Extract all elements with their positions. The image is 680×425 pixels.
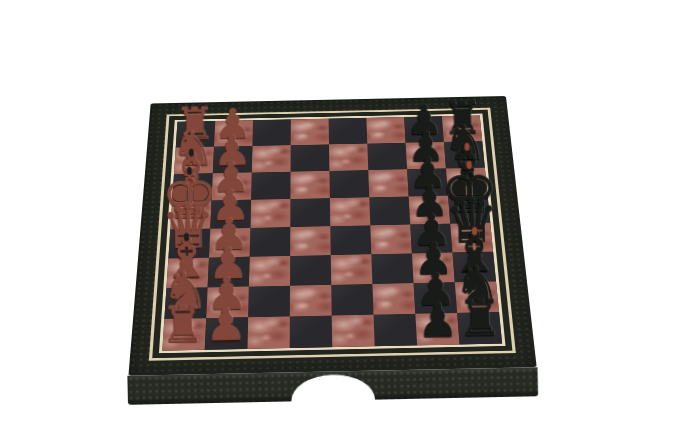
square[interactable]: ♜ [457, 312, 502, 344]
playing-area: ♜♟♟♜♞♟♟♞♝♟♟♝♚♟♟♚♛♟♟♛♝♟♟♝♞♟♟♞♜♟♟♜ [159, 114, 506, 354]
square[interactable]: ♞ [174, 147, 214, 174]
piece-br[interactable]: ♜ [442, 95, 483, 141]
board-front-edge [127, 367, 538, 405]
square[interactable] [331, 254, 373, 285]
square[interactable] [252, 145, 291, 172]
square[interactable]: ♟ [213, 146, 253, 173]
chess-board: ♜♟♟♜♞♟♟♞♝♟♟♝♚♟♟♚♛♟♟♛♝♟♟♝♞♟♟♞♜♟♟♜ [128, 96, 536, 376]
square[interactable]: ♟ [407, 168, 448, 196]
square[interactable] [290, 255, 331, 286]
piece-bp[interactable]: ♟ [408, 152, 447, 195]
square[interactable] [329, 144, 368, 171]
square[interactable] [370, 225, 412, 255]
square[interactable]: ♟ [205, 317, 248, 350]
scene: ♜♟♟♜♞♟♟♞♝♟♟♝♚♟♟♚♛♟♟♛♝♟♟♝♞♟♟♞♜♟♟♜ [0, 0, 680, 425]
square[interactable] [368, 169, 408, 197]
square[interactable]: ♜ [162, 318, 206, 351]
square[interactable]: ♜ [442, 115, 482, 142]
square[interactable]: ♟ [212, 173, 252, 201]
square[interactable] [290, 198, 330, 227]
square[interactable] [290, 316, 332, 349]
square[interactable] [248, 286, 290, 318]
piece-wp[interactable]: ♟ [211, 156, 250, 199]
piece-wr[interactable]: ♜ [160, 298, 206, 349]
piece-bp[interactable]: ♟ [407, 125, 445, 168]
square[interactable] [290, 285, 332, 317]
square[interactable] [369, 196, 410, 225]
piece-br[interactable]: ♜ [457, 292, 503, 343]
square[interactable] [290, 171, 329, 199]
square[interactable] [331, 284, 373, 316]
square[interactable] [252, 119, 290, 146]
square[interactable] [250, 199, 290, 228]
square[interactable]: ♟ [406, 142, 446, 169]
square[interactable] [329, 118, 368, 145]
piece-bn[interactable]: ♞ [442, 117, 487, 166]
square[interactable]: ♞ [444, 141, 485, 168]
piece-bp[interactable]: ♟ [417, 297, 459, 343]
square[interactable] [290, 226, 331, 256]
square[interactable]: ♟ [214, 120, 253, 147]
square[interactable] [330, 197, 370, 226]
product-photo: ♜♟♟♜♞♟♟♞♝♟♟♝♚♟♟♚♛♟♟♛♝♟♟♝♞♟♟♞♜♟♟♜ [0, 0, 680, 425]
piece-wp[interactable]: ♟ [205, 301, 247, 347]
square[interactable]: ♟ [415, 313, 459, 345]
finger-notch [291, 374, 376, 405]
square[interactable] [374, 314, 418, 346]
square[interactable] [367, 143, 407, 170]
square[interactable] [330, 225, 371, 255]
square[interactable] [329, 170, 369, 198]
square[interactable] [366, 117, 405, 144]
square[interactable] [291, 119, 329, 146]
square[interactable] [247, 316, 290, 349]
square[interactable] [372, 283, 415, 315]
square[interactable] [371, 253, 413, 284]
piece-wr[interactable]: ♜ [174, 100, 215, 146]
board-grid: ♜♟♟♜♞♟♟♞♝♟♟♝♚♟♟♚♛♟♟♛♝♟♟♝♞♟♟♞♜♟♟♜ [162, 115, 502, 350]
square[interactable] [250, 227, 291, 257]
square[interactable] [332, 315, 375, 348]
square[interactable] [291, 144, 330, 171]
square[interactable]: ♟ [404, 116, 444, 143]
piece-wn[interactable]: ♞ [171, 123, 216, 172]
piece-bp[interactable]: ♟ [405, 99, 443, 141]
square[interactable]: ♜ [176, 121, 215, 148]
square[interactable] [251, 172, 291, 200]
piece-wp[interactable]: ♟ [214, 103, 252, 145]
scene-tilt: ♜♟♟♜♞♟♟♞♝♟♟♝♚♟♟♚♛♟♟♛♝♟♟♝♞♟♟♞♜♟♟♜ [0, 0, 680, 425]
piece-wp[interactable]: ♟ [213, 129, 251, 172]
square[interactable] [249, 256, 290, 287]
